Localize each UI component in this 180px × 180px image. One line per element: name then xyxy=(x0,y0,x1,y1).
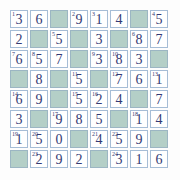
clue-number: 14 xyxy=(12,91,18,97)
cell-r5c5[interactable]: 162 xyxy=(90,90,108,108)
cell-r2c2 xyxy=(30,30,48,48)
cell-digit: 9 xyxy=(56,151,63,168)
cell-digit: 9 xyxy=(36,91,43,108)
cell-r4c6[interactable]: 127 xyxy=(110,70,128,88)
cell-r5c7 xyxy=(130,90,148,108)
puzzle-board: 1362931445255368776857931083811512761311… xyxy=(10,10,168,168)
clue-number: 3 xyxy=(92,11,95,17)
cell-r2c1[interactable]: 2 xyxy=(10,30,28,48)
cell-r6c8[interactable]: 4 xyxy=(150,110,168,128)
cell-digit: 0 xyxy=(56,131,63,148)
cell-r1c3 xyxy=(50,10,68,28)
cell-r1c6[interactable]: 4 xyxy=(110,10,128,28)
cell-r4c1 xyxy=(10,70,28,88)
cell-r5c6[interactable]: 4 xyxy=(110,90,128,108)
clue-number: 18 xyxy=(132,111,138,117)
cell-digit: 8 xyxy=(136,31,143,48)
cell-r3c7[interactable]: 3 xyxy=(130,50,148,68)
cell-digit: 6 xyxy=(136,71,143,88)
cell-r8c3[interactable]: 9 xyxy=(50,150,68,168)
cell-digit: 1 xyxy=(136,151,143,168)
cell-r3c3[interactable]: 7 xyxy=(50,50,68,68)
cell-r4c2[interactable]: 8 xyxy=(30,70,48,88)
cell-r7c8 xyxy=(150,130,168,148)
cell-r6c2 xyxy=(30,110,48,128)
cell-digit: 5 xyxy=(56,31,63,48)
cell-digit: 2 xyxy=(76,151,83,168)
cell-r3c1[interactable]: 76 xyxy=(10,50,28,68)
cell-r6c1[interactable]: 3 xyxy=(10,110,28,128)
cell-digit: 4 xyxy=(116,11,123,28)
cell-r5c3 xyxy=(50,90,68,108)
cell-r6c6 xyxy=(110,110,128,128)
cell-digit: 4 xyxy=(156,111,163,128)
cell-digit: 7 xyxy=(156,91,163,108)
cell-r4c8[interactable]: 131 xyxy=(150,70,168,88)
cell-digit: 9 xyxy=(76,11,83,28)
cell-r3c4 xyxy=(70,50,88,68)
cell-digit: 8 xyxy=(76,111,83,128)
cell-digit: 7 xyxy=(56,51,63,68)
cell-digit: 3 xyxy=(96,31,103,48)
cell-digit: 5 xyxy=(156,11,163,28)
cell-r6c5[interactable]: 5 xyxy=(90,110,108,128)
cell-r8c8[interactable]: 6 xyxy=(150,150,168,168)
cell-digit: 8 xyxy=(36,71,43,88)
cell-r7c5[interactable]: 214 xyxy=(90,130,108,148)
clue-number: 10 xyxy=(112,51,118,57)
cell-r2c5[interactable]: 3 xyxy=(90,30,108,48)
cell-r1c7 xyxy=(130,10,148,28)
clue-number: 12 xyxy=(112,71,118,77)
clue-number: 6 xyxy=(132,31,135,37)
cell-r8c7[interactable]: 1 xyxy=(130,150,148,168)
cell-r7c1[interactable]: 191 xyxy=(10,130,28,148)
clue-number: 5 xyxy=(52,31,55,37)
cell-r5c8[interactable]: 7 xyxy=(150,90,168,108)
clue-number: 23 xyxy=(32,151,38,157)
cell-r3c2[interactable]: 85 xyxy=(30,50,48,68)
cell-digit: 2 xyxy=(16,31,23,48)
cell-digit: 6 xyxy=(156,151,163,168)
cell-r3c6[interactable]: 108 xyxy=(110,50,128,68)
clue-number: 4 xyxy=(152,11,155,17)
cell-digit: 6 xyxy=(36,11,43,28)
cell-digit: 3 xyxy=(96,51,103,68)
cell-digit: 4 xyxy=(116,91,123,108)
clue-number: 1 xyxy=(12,11,15,17)
cell-r7c7[interactable]: 9 xyxy=(130,130,148,148)
clue-number: 24 xyxy=(112,151,118,157)
clue-number: 17 xyxy=(52,111,58,117)
cell-r2c7[interactable]: 68 xyxy=(130,30,148,48)
cell-r5c4[interactable]: 155 xyxy=(70,90,88,108)
cell-r8c4[interactable]: 2 xyxy=(70,150,88,168)
cell-digit: 1 xyxy=(96,11,103,28)
clue-number: 22 xyxy=(112,131,118,137)
cell-r5c2[interactable]: 9 xyxy=(30,90,48,108)
cell-r7c6[interactable]: 225 xyxy=(110,130,128,148)
clue-number: 16 xyxy=(92,91,98,97)
cell-r3c8 xyxy=(150,50,168,68)
cell-r5c1[interactable]: 146 xyxy=(10,90,28,108)
clue-number: 8 xyxy=(32,51,35,57)
cell-r4c5 xyxy=(90,70,108,88)
cell-r8c5 xyxy=(90,150,108,168)
cell-digit: 9 xyxy=(136,131,143,148)
cell-r7c2[interactable]: 205 xyxy=(30,130,48,148)
cell-r7c3[interactable]: 0 xyxy=(50,130,68,148)
cell-digit: 3 xyxy=(136,51,143,68)
cell-r2c3[interactable]: 55 xyxy=(50,30,68,48)
cell-digit: 7 xyxy=(156,31,163,48)
cell-r4c7[interactable]: 6 xyxy=(130,70,148,88)
cell-r6c3[interactable]: 179 xyxy=(50,110,68,128)
cell-r8c1 xyxy=(10,150,28,168)
clue-number: 15 xyxy=(72,91,78,97)
cell-r1c8[interactable]: 45 xyxy=(150,10,168,28)
clue-number: 11 xyxy=(72,71,78,77)
cell-r1c2[interactable]: 6 xyxy=(30,10,48,28)
cell-r7c4 xyxy=(70,130,88,148)
clue-number: 2 xyxy=(72,11,75,17)
clue-number: 21 xyxy=(92,131,98,137)
cell-digit: 6 xyxy=(16,51,23,68)
cell-r2c4 xyxy=(70,30,88,48)
cell-digit: 5 xyxy=(96,111,103,128)
cell-r2c8[interactable]: 7 xyxy=(150,30,168,48)
cell-r1c1[interactable]: 13 xyxy=(10,10,28,28)
cell-r2c6 xyxy=(110,30,128,48)
cell-r4c3 xyxy=(50,70,68,88)
cell-digit: 3 xyxy=(16,111,23,128)
cell-r3c5[interactable]: 93 xyxy=(90,50,108,68)
cell-digit: 3 xyxy=(16,11,23,28)
cell-r6c7[interactable]: 181 xyxy=(130,110,148,128)
cell-r1c5[interactable]: 31 xyxy=(90,10,108,28)
clue-number: 20 xyxy=(32,131,38,137)
clue-number: 19 xyxy=(12,131,18,137)
cell-r8c6[interactable]: 243 xyxy=(110,150,128,168)
clue-number: 7 xyxy=(12,51,15,57)
cell-r6c4[interactable]: 8 xyxy=(70,110,88,128)
clue-number: 13 xyxy=(152,71,158,77)
cell-r8c2[interactable]: 232 xyxy=(30,150,48,168)
cell-r4c4[interactable]: 115 xyxy=(70,70,88,88)
clue-number: 9 xyxy=(92,51,95,57)
cell-r1c4[interactable]: 29 xyxy=(70,10,88,28)
cell-digit: 5 xyxy=(36,51,43,68)
